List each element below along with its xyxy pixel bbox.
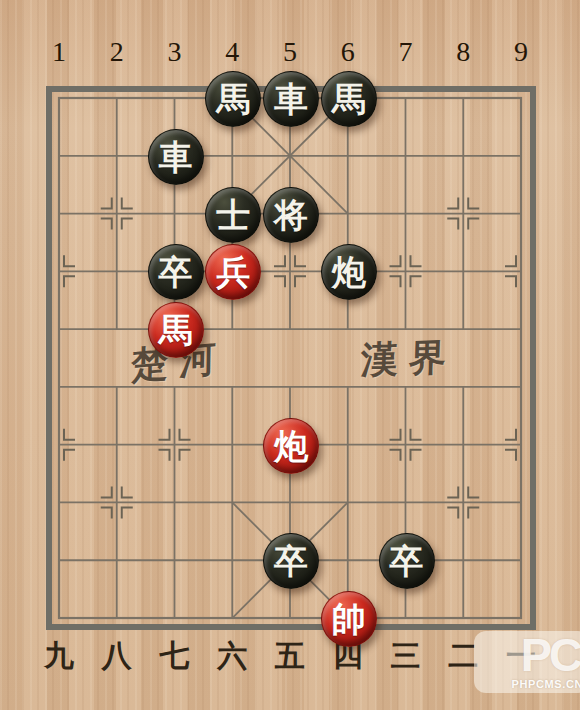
watermark: PC PHPCMS.CN [474,631,580,693]
black-soldier-piece[interactable]: 卒 [379,533,435,589]
black-soldier-piece[interactable]: 卒 [263,533,319,589]
xiangqi-board[interactable]: 楚河 漢界 馬車馬車士将卒兵炮馬炮卒卒帥 [0,0,580,710]
black-general-piece[interactable]: 将 [263,187,319,243]
watermark-caption: PHPCMS.CN [512,678,580,690]
river-label-han: 漢界 [360,332,458,385]
red-horse-piece[interactable]: 馬 [148,302,204,358]
black-horse-piece[interactable]: 馬 [205,71,261,127]
black-advisor-piece[interactable]: 士 [205,187,261,243]
black-soldier-piece[interactable]: 卒 [148,244,204,300]
red-cannon-piece[interactable]: 炮 [263,418,319,474]
xiangqi-app: 123456789 楚河 漢界 馬車馬車士将卒兵炮馬炮卒卒帥 九八七六五四三二一… [0,0,580,710]
black-cannon-piece[interactable]: 炮 [321,244,377,300]
black-chariot-piece[interactable]: 車 [263,71,319,127]
watermark-logo-icon: PC [521,627,580,682]
red-general-piece[interactable]: 帥 [321,591,377,647]
black-chariot-piece[interactable]: 車 [148,129,204,185]
black-horse-piece[interactable]: 馬 [321,71,377,127]
